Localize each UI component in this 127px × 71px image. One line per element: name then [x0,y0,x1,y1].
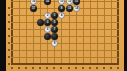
coordinate-label-bottom [82,67,84,69]
stone-black: 15 [44,0,51,5]
coordinate-label-bottom [32,67,34,69]
coordinate-label-bottom [75,67,77,69]
grid-line-horizontal [11,1,119,2]
grid-line-vertical [19,0,20,65]
stone-black: 17 [30,5,37,12]
stone-black: 1 [51,12,58,19]
coordinate-label-left [8,28,10,30]
stone-black: 13 [66,5,73,12]
coordinate-label-bottom [96,67,98,69]
grid-line-horizontal [11,43,119,44]
coordinate-label-bottom [11,67,13,69]
coordinate-label-left [8,42,10,44]
coordinate-label-left [8,63,10,65]
grid-line-horizontal [11,57,119,58]
board-edge-line [117,0,119,65]
coordinate-label-bottom [89,67,91,69]
grid-line-vertical [26,0,27,65]
stone-black [44,33,51,40]
board-edge-line [11,63,119,65]
stone-black: 9 [58,5,65,12]
coordinate-label-bottom [53,67,55,69]
coordinate-label-bottom [117,67,119,69]
grid-line-horizontal [11,22,119,23]
grid-line-vertical [104,0,105,65]
stone-black: 5 [51,19,58,26]
grid-line-horizontal [11,36,119,37]
coordinate-label-bottom [46,67,48,69]
go-board[interactable]: 1615101211179131421435678 [6,0,124,71]
grid-line-horizontal [11,50,119,51]
board-edge-line [11,0,13,65]
coordinate-label-left [8,7,10,9]
stone-black: 7 [51,26,58,33]
coordinate-label-left [8,56,10,58]
stone-black [51,33,58,40]
stone-white: 6 [44,26,51,33]
coordinate-label-bottom [25,67,27,69]
stone-black: 3 [44,19,51,26]
coordinate-label-bottom [18,67,20,69]
coordinate-label-left [8,21,10,23]
coordinate-label-left [8,49,10,51]
coordinate-label-bottom [68,67,70,69]
coordinate-label-bottom [39,67,41,69]
stone-white: 14 [73,5,80,12]
grid-line-horizontal [11,8,119,9]
app-background-right [124,0,127,71]
coordinate-label-bottom [60,67,62,69]
coordinate-label-bottom [110,67,112,69]
grid-line-vertical [83,0,84,65]
grid-line-vertical [40,0,41,65]
grid-line-horizontal [11,15,119,16]
coordinate-label-left [8,35,10,37]
grid-line-vertical [111,0,112,65]
stone-white: 4 [58,12,65,19]
stone-black [37,19,44,26]
grid-line-vertical [97,0,98,65]
coordinate-label-bottom [103,67,105,69]
grid-line-horizontal [11,29,119,30]
stone-white: 8 [51,40,58,47]
stone-white: 2 [44,12,51,19]
app-screen: 1615101211179131421435678 [0,0,127,71]
grid-line-vertical [90,0,91,65]
coordinate-label-left [8,14,10,16]
